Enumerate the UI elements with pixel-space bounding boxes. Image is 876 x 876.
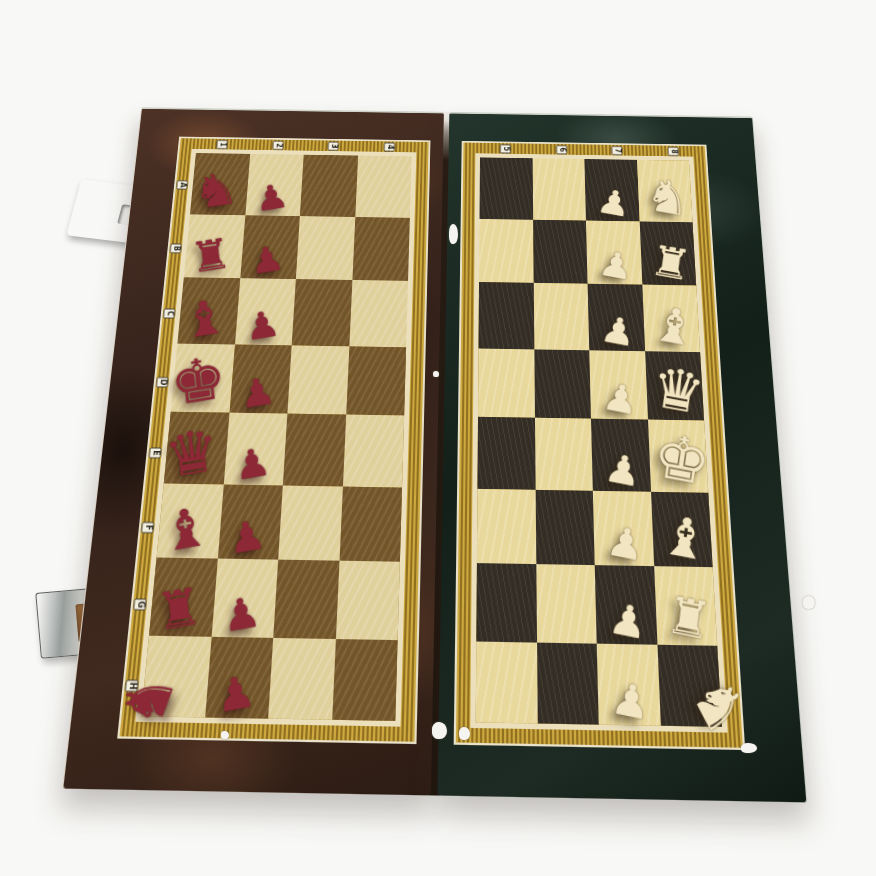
paint-chip — [459, 727, 470, 740]
piece-white-bishop-c8[interactable]: ♝ — [648, 298, 700, 353]
piece-red-bishop-c1[interactable]: ♝ — [179, 291, 231, 345]
square-h4[interactable] — [332, 638, 398, 720]
piece-red-pawn-c2[interactable]: ♟ — [242, 304, 281, 345]
square-g7[interactable]: ♟ — [595, 565, 657, 644]
file-label-a: A — [176, 180, 188, 189]
rank-label-8: 8 — [667, 146, 679, 155]
square-h1[interactable]: ♞ — [141, 635, 211, 717]
square-e4[interactable] — [342, 415, 404, 488]
rank-label-1: 1 — [216, 140, 228, 149]
square-b4[interactable] — [352, 217, 410, 281]
square-c6[interactable] — [533, 283, 589, 350]
file-label-g: G — [132, 599, 146, 611]
piece-red-rook-b1[interactable]: ♜ — [188, 232, 234, 279]
square-h2[interactable]: ♟ — [205, 636, 274, 718]
file-label-d: D — [155, 377, 168, 387]
square-f1[interactable]: ♝ — [157, 483, 224, 558]
piece-red-queen-e1[interactable]: ♛ — [162, 419, 223, 486]
square-e7[interactable]: ♟ — [591, 419, 651, 492]
square-a7[interactable]: ♟ — [584, 159, 639, 221]
paint-chip — [432, 722, 447, 739]
square-e8[interactable]: ♚ — [648, 420, 709, 493]
file-label-c: C — [162, 309, 175, 319]
square-f3[interactable] — [278, 485, 342, 561]
square-h8[interactable]: ♞ — [657, 644, 722, 727]
square-a1[interactable]: ♞ — [190, 153, 250, 215]
piece-white-pawn-f7[interactable]: ♟ — [605, 520, 648, 567]
square-d7[interactable]: ♟ — [589, 350, 647, 420]
square-h5[interactable] — [476, 641, 537, 724]
square-c7[interactable]: ♟ — [588, 284, 645, 351]
piece-red-pawn-b2[interactable]: ♟ — [247, 240, 286, 280]
square-a4[interactable] — [355, 156, 412, 218]
piece-white-pawn-e7[interactable]: ♟ — [602, 447, 644, 492]
piece-white-knight-h8[interactable]: ♞ — [681, 669, 758, 744]
square-g3[interactable] — [273, 560, 339, 639]
rank-label-3: 3 — [328, 141, 340, 150]
right-playfield: ♟♞♟♜♟♝♟♛♟♚♟♝♟♜♟♞ — [454, 141, 746, 750]
piece-red-bishop-f1[interactable]: ♝ — [159, 499, 214, 561]
piece-red-pawn-e2[interactable]: ♟ — [232, 441, 273, 486]
square-e1[interactable]: ♛ — [164, 412, 229, 484]
piece-white-knight-a8[interactable]: ♞ — [642, 171, 694, 223]
piece-white-king-e8[interactable]: ♚ — [649, 424, 714, 495]
square-b1[interactable]: ♜ — [184, 214, 245, 278]
square-b7[interactable]: ♟ — [586, 220, 642, 284]
board-right-half: ♟♞♟♜♟♝♟♛♟♚♟♝♟♜♟♞ 5678 — [437, 112, 807, 802]
square-d1[interactable]: ♚ — [171, 343, 235, 413]
right-grid: ♟♞♟♜♟♝♟♛♟♚♟♝♟♜♟♞ — [476, 157, 722, 726]
piece-white-pawn-d7[interactable]: ♟ — [600, 377, 641, 421]
square-g5[interactable] — [476, 563, 536, 642]
square-c1[interactable]: ♝ — [177, 277, 239, 344]
left-playfield: ♞♟♜♟♝♟♚♟♛♟♝♟♜♟♞♟ — [117, 137, 430, 744]
rank-label-2: 2 — [272, 140, 284, 149]
square-a5[interactable] — [480, 157, 533, 219]
piece-white-bishop-f8[interactable]: ♝ — [657, 507, 713, 569]
square-d3[interactable] — [287, 345, 349, 415]
square-f5[interactable] — [477, 488, 536, 564]
square-b2[interactable]: ♟ — [240, 215, 300, 279]
piece-red-knight-a1[interactable]: ♞ — [191, 165, 242, 216]
square-d6[interactable] — [534, 349, 591, 419]
square-b6[interactable] — [533, 219, 588, 283]
square-c5[interactable] — [479, 282, 534, 349]
right-inner-border: ♟♞♟♜♟♝♟♛♟♚♟♝♟♜♟♞ — [470, 153, 727, 732]
square-d2[interactable]: ♟ — [229, 344, 292, 414]
piece-red-pawn-f2[interactable]: ♟ — [226, 514, 268, 561]
square-d8[interactable]: ♛ — [645, 351, 704, 421]
file-label-e: E — [148, 448, 161, 459]
square-c4[interactable] — [349, 280, 408, 347]
piece-white-rook-g8[interactable]: ♜ — [663, 588, 715, 647]
square-h7[interactable]: ♟ — [597, 643, 661, 726]
square-b3[interactable] — [296, 216, 355, 280]
file-label-f: F — [140, 522, 153, 533]
square-g8[interactable]: ♜ — [654, 566, 718, 645]
piece-red-rook-g1[interactable]: ♜ — [154, 579, 204, 637]
rank-label-4: 4 — [384, 142, 395, 151]
square-g4[interactable] — [335, 561, 399, 640]
square-h6[interactable] — [537, 642, 599, 725]
paint-chip — [449, 224, 458, 244]
square-b8[interactable]: ♜ — [639, 221, 696, 285]
piece-white-pawn-h7[interactable]: ♟ — [609, 675, 653, 727]
paint-chip — [433, 371, 439, 377]
piece-red-pawn-h2[interactable]: ♟ — [214, 668, 258, 719]
square-e6[interactable] — [534, 418, 592, 491]
square-e5[interactable] — [477, 417, 535, 490]
paint-chip — [803, 596, 815, 609]
piece-white-pawn-g7[interactable]: ♟ — [607, 596, 651, 645]
square-b5[interactable] — [479, 219, 533, 283]
piece-white-queen-d8[interactable]: ♛ — [647, 358, 708, 423]
piece-white-pawn-c7[interactable]: ♟ — [598, 310, 638, 352]
paint-chip — [221, 731, 229, 739]
square-a6[interactable] — [532, 158, 586, 220]
square-f8[interactable]: ♝ — [651, 491, 713, 567]
rank-label-5: 5 — [500, 144, 511, 153]
piece-red-pawn-d2[interactable]: ♟ — [237, 371, 277, 414]
square-a2[interactable]: ♟ — [245, 154, 304, 216]
square-g2[interactable]: ♟ — [211, 559, 278, 638]
piece-red-pawn-g2[interactable]: ♟ — [220, 589, 263, 638]
square-d5[interactable] — [478, 348, 534, 418]
piece-white-pawn-b7[interactable]: ♟ — [597, 245, 636, 285]
photo-scene: ♞♟♜♟♝♟♚♟♛♟♝♟♜♟♞♟ 1234 ABCDEFGH ♟♞♟♜♟♝♟♛♟… — [0, 0, 876, 876]
square-e2[interactable]: ♟ — [223, 413, 287, 485]
square-c2[interactable]: ♟ — [235, 278, 296, 345]
square-f6[interactable] — [535, 489, 595, 565]
square-g1[interactable]: ♜ — [149, 558, 217, 637]
rank-label-6: 6 — [556, 145, 567, 154]
piece-white-pawn-a7[interactable]: ♟ — [595, 183, 634, 222]
paint-chip — [741, 743, 757, 753]
square-g6[interactable] — [536, 564, 597, 643]
square-e3[interactable] — [283, 414, 346, 486]
piece-red-pawn-a2[interactable]: ♟ — [252, 178, 290, 216]
square-h3[interactable] — [268, 637, 335, 719]
square-a8[interactable]: ♞ — [637, 160, 693, 222]
rank-label-7: 7 — [612, 146, 623, 155]
file-label-b: B — [169, 243, 181, 253]
square-f7[interactable]: ♟ — [593, 490, 654, 566]
square-d4[interactable] — [346, 346, 406, 416]
square-a3[interactable] — [300, 155, 358, 217]
chess-board: ♞♟♜♟♝♟♚♟♛♟♝♟♜♟♞♟ 1234 ABCDEFGH ♟♞♟♜♟♝♟♛♟… — [62, 107, 807, 802]
square-f4[interactable] — [339, 486, 402, 562]
square-c3[interactable] — [292, 279, 352, 346]
square-c8[interactable]: ♝ — [642, 285, 700, 352]
square-f2[interactable]: ♟ — [217, 484, 283, 560]
piece-red-king-d1[interactable]: ♚ — [168, 348, 230, 415]
piece-white-rook-b8[interactable]: ♜ — [647, 239, 694, 287]
